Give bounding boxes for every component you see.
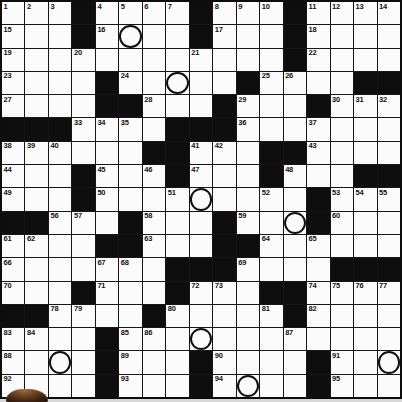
clue-number: 31 [356, 96, 364, 104]
white-cell[interactable]: 60 [331, 212, 353, 234]
black-cell [284, 2, 306, 24]
white-cell[interactable] [354, 235, 376, 257]
white-cell[interactable]: 32 [378, 95, 400, 117]
white-cell[interactable]: 82 [307, 305, 329, 327]
white-cell[interactable] [166, 375, 188, 397]
white-cell[interactable] [354, 375, 376, 397]
white-cell[interactable] [143, 188, 165, 210]
white-cell[interactable]: 50 [96, 188, 118, 210]
white-cell[interactable]: 62 [25, 235, 47, 257]
white-cell[interactable] [260, 351, 282, 373]
white-cell[interactable] [331, 118, 353, 140]
black-cell [25, 118, 47, 140]
white-cell[interactable] [49, 72, 71, 94]
white-cell[interactable]: 94 [213, 375, 235, 397]
white-cell[interactable] [25, 25, 47, 47]
white-cell[interactable] [166, 49, 188, 71]
clue-number: 4 [97, 3, 101, 11]
black-cell [307, 351, 329, 373]
white-cell[interactable]: 7 [166, 2, 188, 24]
white-cell[interactable] [72, 235, 94, 257]
white-cell[interactable] [354, 328, 376, 350]
white-cell[interactable] [260, 25, 282, 47]
white-cell[interactable]: 31 [354, 95, 376, 117]
white-cell[interactable]: 13 [354, 2, 376, 24]
clue-number: 61 [4, 235, 12, 243]
white-cell[interactable] [25, 72, 47, 94]
white-cell[interactable] [284, 212, 306, 234]
white-cell[interactable] [237, 25, 259, 47]
clue-number: 36 [238, 119, 246, 127]
black-cell [307, 95, 329, 117]
black-cell [284, 305, 306, 327]
white-cell[interactable] [213, 165, 235, 187]
white-cell[interactable] [331, 72, 353, 94]
clue-number: 8 [215, 3, 219, 11]
white-cell[interactable] [307, 165, 329, 187]
clue-number: 22 [309, 49, 317, 57]
white-cell[interactable]: 55 [378, 188, 400, 210]
black-cell [190, 375, 212, 397]
white-cell[interactable] [260, 118, 282, 140]
white-cell[interactable] [213, 328, 235, 350]
white-cell[interactable] [331, 305, 353, 327]
white-cell[interactable]: 6 [143, 2, 165, 24]
white-cell[interactable] [96, 49, 118, 71]
white-cell[interactable]: 86 [143, 328, 165, 350]
white-cell[interactable]: 28 [143, 95, 165, 117]
white-cell[interactable] [49, 351, 71, 373]
black-cell [354, 165, 376, 187]
white-cell[interactable]: 58 [143, 212, 165, 234]
clue-number: 41 [191, 142, 199, 150]
white-cell[interactable]: 9 [237, 2, 259, 24]
white-cell[interactable] [143, 49, 165, 71]
white-cell[interactable] [49, 328, 71, 350]
white-cell[interactable]: 40 [49, 142, 71, 164]
white-cell[interactable]: 25 [260, 72, 282, 94]
clue-number: 28 [144, 96, 152, 104]
white-cell[interactable] [25, 188, 47, 210]
white-cell[interactable] [237, 305, 259, 327]
black-cell [143, 305, 165, 327]
white-cell[interactable] [237, 49, 259, 71]
white-cell[interactable] [190, 305, 212, 327]
white-cell[interactable] [143, 351, 165, 373]
white-cell[interactable]: 46 [143, 165, 165, 187]
white-cell[interactable]: 70 [2, 282, 24, 304]
white-cell[interactable] [72, 142, 94, 164]
clue-number: 73 [215, 282, 223, 290]
white-cell[interactable]: 95 [331, 375, 353, 397]
white-cell[interactable] [25, 282, 47, 304]
clue-number: 74 [309, 282, 317, 290]
circle-marker [237, 375, 259, 397]
white-cell[interactable]: 43 [307, 142, 329, 164]
white-cell[interactable] [25, 258, 47, 280]
white-cell[interactable] [331, 235, 353, 257]
white-cell[interactable] [25, 49, 47, 71]
white-cell[interactable]: 56 [49, 212, 71, 234]
white-cell[interactable]: 18 [307, 25, 329, 47]
white-cell[interactable] [119, 282, 141, 304]
white-cell[interactable]: 81 [260, 305, 282, 327]
white-cell[interactable] [237, 375, 259, 397]
white-cell[interactable]: 30 [331, 95, 353, 117]
white-cell[interactable] [119, 25, 141, 47]
white-cell[interactable] [190, 72, 212, 94]
clue-number: 56 [50, 212, 58, 220]
clue-number: 66 [4, 259, 12, 267]
white-cell[interactable] [119, 165, 141, 187]
white-cell[interactable]: 61 [2, 235, 24, 257]
white-cell[interactable]: 14 [378, 2, 400, 24]
black-cell [49, 118, 71, 140]
white-cell[interactable] [166, 235, 188, 257]
white-cell[interactable] [49, 188, 71, 210]
white-cell[interactable]: 33 [72, 118, 94, 140]
white-cell[interactable]: 11 [307, 2, 329, 24]
white-cell[interactable] [331, 25, 353, 47]
white-cell[interactable]: 51 [166, 188, 188, 210]
white-cell[interactable]: 35 [119, 118, 141, 140]
white-cell[interactable] [25, 95, 47, 117]
white-cell[interactable] [49, 235, 71, 257]
white-cell[interactable] [260, 328, 282, 350]
white-cell[interactable] [119, 305, 141, 327]
clue-number: 23 [4, 72, 12, 80]
white-cell[interactable] [143, 118, 165, 140]
white-cell[interactable] [166, 95, 188, 117]
white-cell[interactable] [354, 118, 376, 140]
white-cell[interactable] [284, 118, 306, 140]
clue-number: 9 [238, 3, 242, 11]
white-cell[interactable]: 4 [96, 2, 118, 24]
white-cell[interactable] [190, 328, 212, 350]
black-cell [190, 2, 212, 24]
white-cell[interactable]: 22 [307, 49, 329, 71]
white-cell[interactable] [284, 188, 306, 210]
white-cell[interactable] [119, 49, 141, 71]
white-cell[interactable]: 66 [2, 258, 24, 280]
black-cell [166, 165, 188, 187]
white-cell[interactable] [166, 25, 188, 47]
white-cell[interactable] [96, 142, 118, 164]
clue-number: 43 [309, 142, 317, 150]
clue-number: 16 [97, 26, 105, 34]
white-cell[interactable] [143, 258, 165, 280]
white-cell[interactable] [378, 235, 400, 257]
white-cell[interactable] [260, 258, 282, 280]
clue-number: 13 [356, 3, 364, 11]
black-cell [96, 72, 118, 94]
white-cell[interactable] [72, 258, 94, 280]
white-cell[interactable]: 75 [331, 282, 353, 304]
circle-marker [49, 351, 71, 373]
white-cell[interactable]: 2 [25, 2, 47, 24]
white-cell[interactable] [49, 375, 71, 397]
clue-number: 39 [27, 142, 35, 150]
clue-number: 55 [379, 189, 387, 197]
white-cell[interactable] [166, 328, 188, 350]
clue-number: 11 [309, 3, 317, 11]
white-cell[interactable] [284, 258, 306, 280]
white-cell[interactable]: 67 [96, 258, 118, 280]
white-cell[interactable] [72, 328, 94, 350]
white-cell[interactable]: 65 [307, 235, 329, 257]
white-cell[interactable] [378, 49, 400, 71]
white-cell[interactable]: 91 [331, 351, 353, 373]
clue-number: 3 [50, 3, 54, 11]
white-cell[interactable]: 72 [190, 282, 212, 304]
white-cell[interactable] [284, 235, 306, 257]
black-cell [96, 375, 118, 397]
clue-number: 17 [215, 26, 223, 34]
black-cell [72, 165, 94, 187]
white-cell[interactable] [260, 49, 282, 71]
clue-number: 5 [121, 3, 125, 11]
circle-marker [378, 351, 400, 373]
white-cell[interactable]: 19 [2, 49, 24, 71]
white-cell[interactable]: 16 [96, 25, 118, 47]
white-cell[interactable]: 26 [284, 72, 306, 94]
white-cell[interactable]: 12 [331, 2, 353, 24]
white-cell[interactable] [119, 188, 141, 210]
white-cell[interactable] [260, 375, 282, 397]
black-cell [260, 142, 282, 164]
white-cell[interactable]: 59 [237, 212, 259, 234]
white-cell[interactable] [213, 72, 235, 94]
white-cell[interactable] [49, 282, 71, 304]
white-cell[interactable]: 85 [119, 328, 141, 350]
white-cell[interactable] [143, 25, 165, 47]
black-cell [119, 235, 141, 257]
white-cell[interactable]: 84 [25, 328, 47, 350]
white-cell[interactable]: 45 [96, 165, 118, 187]
clue-number: 82 [309, 305, 317, 313]
white-cell[interactable]: 89 [119, 351, 141, 373]
clue-number: 84 [27, 329, 35, 337]
white-cell[interactable] [213, 49, 235, 71]
white-cell[interactable]: 76 [354, 282, 376, 304]
crossword-grid: 1234567891011121314151617181920212223242… [0, 0, 402, 399]
white-cell[interactable] [378, 351, 400, 373]
white-cell[interactable] [284, 375, 306, 397]
white-cell[interactable]: 36 [237, 118, 259, 140]
white-cell[interactable] [284, 95, 306, 117]
white-cell[interactable]: 3 [49, 2, 71, 24]
white-cell[interactable]: 29 [237, 95, 259, 117]
white-cell[interactable] [237, 165, 259, 187]
white-cell[interactable] [260, 95, 282, 117]
white-cell[interactable]: 78 [49, 305, 71, 327]
white-cell[interactable] [72, 95, 94, 117]
white-cell[interactable] [190, 212, 212, 234]
white-cell[interactable] [49, 49, 71, 71]
white-cell[interactable] [190, 95, 212, 117]
black-cell [331, 258, 353, 280]
white-cell[interactable] [307, 72, 329, 94]
white-cell[interactable]: 54 [354, 188, 376, 210]
white-cell[interactable]: 87 [284, 328, 306, 350]
clue-number: 58 [144, 212, 152, 220]
white-cell[interactable]: 93 [119, 375, 141, 397]
white-cell[interactable]: 10 [260, 2, 282, 24]
white-cell[interactable]: 68 [119, 258, 141, 280]
white-cell[interactable]: 15 [2, 25, 24, 47]
white-cell[interactable]: 57 [72, 212, 94, 234]
white-cell[interactable]: 37 [307, 118, 329, 140]
white-cell[interactable]: 79 [72, 305, 94, 327]
white-cell[interactable] [237, 351, 259, 373]
clue-number: 35 [121, 119, 129, 127]
white-cell[interactable]: 17 [213, 25, 235, 47]
white-cell[interactable] [190, 235, 212, 257]
white-cell[interactable] [378, 142, 400, 164]
white-cell[interactable] [143, 72, 165, 94]
white-cell[interactable] [143, 282, 165, 304]
white-cell[interactable] [166, 72, 188, 94]
white-cell[interactable] [354, 142, 376, 164]
black-cell [119, 95, 141, 117]
clue-number: 20 [74, 49, 82, 57]
white-cell[interactable]: 42 [213, 142, 235, 164]
clue-number: 81 [262, 305, 270, 313]
white-cell[interactable] [25, 351, 47, 373]
white-cell[interactable] [213, 188, 235, 210]
white-cell[interactable] [213, 305, 235, 327]
black-cell [190, 25, 212, 47]
clue-number: 53 [332, 189, 340, 197]
white-cell[interactable]: 5 [119, 2, 141, 24]
white-cell[interactable]: 64 [260, 235, 282, 257]
clue-number: 67 [97, 259, 105, 267]
white-cell[interactable]: 47 [190, 165, 212, 187]
white-cell[interactable] [307, 258, 329, 280]
circle-marker [284, 212, 306, 234]
white-cell[interactable] [96, 212, 118, 234]
clue-number: 46 [144, 166, 152, 174]
black-cell [354, 72, 376, 94]
clue-number: 62 [27, 235, 35, 243]
white-cell[interactable]: 53 [331, 188, 353, 210]
white-cell[interactable] [49, 25, 71, 47]
white-cell[interactable] [331, 142, 353, 164]
white-cell[interactable] [237, 282, 259, 304]
white-cell[interactable]: 21 [190, 49, 212, 71]
white-cell[interactable] [237, 188, 259, 210]
clue-number: 75 [332, 282, 340, 290]
white-cell[interactable]: 24 [119, 72, 141, 94]
white-cell[interactable]: 39 [25, 142, 47, 164]
white-cell[interactable] [72, 375, 94, 397]
black-cell [2, 118, 24, 140]
white-cell[interactable]: 77 [378, 282, 400, 304]
clue-number: 80 [168, 305, 176, 313]
white-cell[interactable] [354, 305, 376, 327]
white-cell[interactable]: 27 [2, 95, 24, 117]
white-cell[interactable] [307, 328, 329, 350]
black-cell [237, 235, 259, 257]
white-cell[interactable]: 49 [2, 188, 24, 210]
white-cell[interactable] [331, 328, 353, 350]
white-cell[interactable] [96, 305, 118, 327]
white-cell[interactable] [49, 258, 71, 280]
white-cell[interactable]: 63 [143, 235, 165, 257]
clue-number: 76 [356, 282, 364, 290]
white-cell[interactable] [378, 25, 400, 47]
white-cell[interactable]: 69 [237, 258, 259, 280]
white-cell[interactable]: 8 [213, 2, 235, 24]
white-cell[interactable]: 1 [2, 2, 24, 24]
black-cell [143, 142, 165, 164]
clue-number: 64 [262, 235, 270, 243]
black-cell [2, 305, 24, 327]
white-cell[interactable]: 74 [307, 282, 329, 304]
white-cell[interactable] [237, 328, 259, 350]
white-cell[interactable] [378, 328, 400, 350]
clue-number: 47 [191, 166, 199, 174]
white-cell[interactable] [354, 25, 376, 47]
white-cell[interactable] [331, 49, 353, 71]
white-cell[interactable]: 52 [260, 188, 282, 210]
black-cell [284, 25, 306, 47]
black-cell [260, 165, 282, 187]
black-cell [190, 118, 212, 140]
white-cell[interactable] [119, 142, 141, 164]
white-cell[interactable]: 48 [284, 165, 306, 187]
white-cell[interactable]: 80 [166, 305, 188, 327]
black-cell [213, 212, 235, 234]
white-cell[interactable] [378, 375, 400, 397]
white-cell[interactable]: 23 [2, 72, 24, 94]
clue-number: 79 [74, 305, 82, 313]
white-cell[interactable] [72, 72, 94, 94]
black-cell [378, 258, 400, 280]
white-cell[interactable] [25, 165, 47, 187]
clue-number: 88 [4, 352, 12, 360]
white-cell[interactable]: 88 [2, 351, 24, 373]
white-cell[interactable] [143, 375, 165, 397]
white-cell[interactable] [166, 212, 188, 234]
black-cell [284, 282, 306, 304]
white-cell[interactable] [49, 95, 71, 117]
white-cell[interactable] [378, 305, 400, 327]
white-cell[interactable] [260, 212, 282, 234]
white-cell[interactable]: 83 [2, 328, 24, 350]
white-cell[interactable]: 71 [96, 282, 118, 304]
white-cell[interactable] [354, 212, 376, 234]
white-cell[interactable]: 73 [213, 282, 235, 304]
white-cell[interactable] [354, 351, 376, 373]
white-cell[interactable]: 38 [2, 142, 24, 164]
white-cell[interactable] [378, 212, 400, 234]
white-cell[interactable] [190, 188, 212, 210]
white-cell[interactable] [284, 351, 306, 373]
white-cell[interactable] [49, 165, 71, 187]
white-cell[interactable] [72, 351, 94, 373]
white-cell[interactable]: 41 [190, 142, 212, 164]
white-cell[interactable]: 90 [213, 351, 235, 373]
white-cell[interactable]: 20 [72, 49, 94, 71]
white-cell[interactable] [166, 351, 188, 373]
white-cell[interactable] [331, 165, 353, 187]
white-cell[interactable]: 44 [2, 165, 24, 187]
white-cell[interactable] [378, 118, 400, 140]
white-cell[interactable] [237, 142, 259, 164]
white-cell[interactable]: 34 [96, 118, 118, 140]
white-cell[interactable] [354, 49, 376, 71]
